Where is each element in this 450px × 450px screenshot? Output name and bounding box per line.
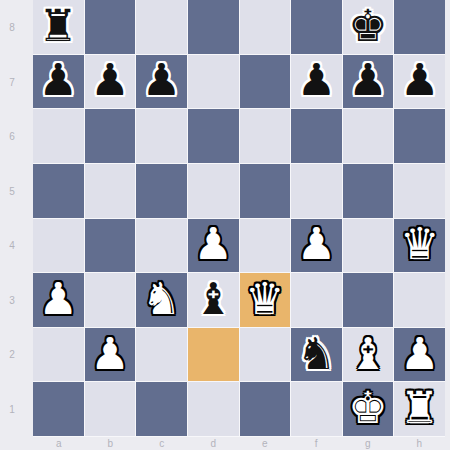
rank-label-5: 5: [0, 185, 24, 196]
square-f3[interactable]: [291, 273, 342, 327]
square-a1[interactable]: [33, 382, 84, 436]
square-f7[interactable]: ♟: [291, 55, 342, 109]
square-a7[interactable]: ♟: [33, 55, 84, 109]
square-f2[interactable]: ♞: [291, 328, 342, 382]
square-d3[interactable]: ♝: [188, 273, 239, 327]
square-h5[interactable]: [394, 164, 445, 218]
square-c4[interactable]: [136, 219, 187, 273]
black-bishop-d3[interactable]: ♝: [193, 277, 232, 321]
rank-label-7: 7: [0, 76, 24, 87]
white-pawn-a3[interactable]: ♟: [39, 277, 78, 321]
square-g4[interactable]: [343, 219, 394, 273]
square-a2[interactable]: [33, 328, 84, 382]
white-queen-h4[interactable]: ♛: [400, 222, 439, 266]
white-pawn-d4[interactable]: ♟: [193, 222, 232, 266]
black-pawn-c7[interactable]: ♟: [142, 58, 181, 102]
square-d4[interactable]: ♟: [188, 219, 239, 273]
black-pawn-f7[interactable]: ♟: [297, 58, 336, 102]
square-e3[interactable]: ♛: [240, 273, 291, 327]
black-rook-a8[interactable]: ♜: [39, 4, 78, 48]
square-d5[interactable]: [188, 164, 239, 218]
square-h8[interactable]: [394, 0, 445, 54]
square-e4[interactable]: [240, 219, 291, 273]
file-label-d: d: [203, 438, 223, 449]
square-b6[interactable]: [85, 109, 136, 163]
square-f1[interactable]: [291, 382, 342, 436]
file-label-f: f: [306, 438, 326, 449]
square-d2[interactable]: [188, 328, 239, 382]
square-e5[interactable]: [240, 164, 291, 218]
square-c8[interactable]: [136, 0, 187, 54]
square-g3[interactable]: [343, 273, 394, 327]
square-e8[interactable]: [240, 0, 291, 54]
square-h1[interactable]: ♜: [394, 382, 445, 436]
square-f6[interactable]: [291, 109, 342, 163]
square-e7[interactable]: [240, 55, 291, 109]
square-g7[interactable]: ♟: [343, 55, 394, 109]
file-label-g: g: [358, 438, 378, 449]
black-pawn-g7[interactable]: ♟: [348, 58, 387, 102]
square-d8[interactable]: [188, 0, 239, 54]
square-c2[interactable]: [136, 328, 187, 382]
square-c6[interactable]: [136, 109, 187, 163]
chess-board-app: ♜♚♟♟♟♟♟♟♟♟♛♟♞♝♛♟♞♝♟♚♜ 87654321 abcdefgh: [0, 0, 450, 450]
square-h2[interactable]: ♟: [394, 328, 445, 382]
square-g6[interactable]: [343, 109, 394, 163]
square-e6[interactable]: [240, 109, 291, 163]
white-pawn-b2[interactable]: ♟: [90, 332, 129, 376]
file-label-e: e: [255, 438, 275, 449]
file-label-a: a: [49, 438, 69, 449]
square-c5[interactable]: [136, 164, 187, 218]
square-b2[interactable]: ♟: [85, 328, 136, 382]
square-a5[interactable]: [33, 164, 84, 218]
black-pawn-b7[interactable]: ♟: [90, 58, 129, 102]
rank-label-2: 2: [0, 349, 24, 360]
square-b1[interactable]: [85, 382, 136, 436]
square-d6[interactable]: [188, 109, 239, 163]
square-c1[interactable]: [136, 382, 187, 436]
white-king-g1[interactable]: ♚: [348, 386, 387, 430]
rank-label-6: 6: [0, 131, 24, 142]
black-knight-f2[interactable]: ♞: [297, 332, 336, 376]
square-h7[interactable]: ♟: [394, 55, 445, 109]
chess-board: ♜♚♟♟♟♟♟♟♟♟♛♟♞♝♛♟♞♝♟♚♜: [33, 0, 445, 437]
square-b5[interactable]: [85, 164, 136, 218]
square-b4[interactable]: [85, 219, 136, 273]
white-bishop-g2[interactable]: ♝: [348, 332, 387, 376]
black-king-g8[interactable]: ♚: [348, 4, 387, 48]
square-h3[interactable]: [394, 273, 445, 327]
square-h4[interactable]: ♛: [394, 219, 445, 273]
black-pawn-h7[interactable]: ♟: [400, 58, 439, 102]
square-h6[interactable]: [394, 109, 445, 163]
square-e2[interactable]: [240, 328, 291, 382]
white-pawn-f4[interactable]: ♟: [297, 222, 336, 266]
square-a8[interactable]: ♜: [33, 0, 84, 54]
square-a3[interactable]: ♟: [33, 273, 84, 327]
square-c7[interactable]: ♟: [136, 55, 187, 109]
rank-label-8: 8: [0, 22, 24, 33]
square-e1[interactable]: [240, 382, 291, 436]
square-g1[interactable]: ♚: [343, 382, 394, 436]
square-a4[interactable]: [33, 219, 84, 273]
square-b3[interactable]: [85, 273, 136, 327]
square-d7[interactable]: [188, 55, 239, 109]
rank-label-3: 3: [0, 294, 24, 305]
white-rook-h1[interactable]: ♜: [400, 386, 439, 430]
white-pawn-h2[interactable]: ♟: [400, 332, 439, 376]
file-label-c: c: [152, 438, 172, 449]
white-knight-c3[interactable]: ♞: [142, 277, 181, 321]
square-a6[interactable]: [33, 109, 84, 163]
square-g8[interactable]: ♚: [343, 0, 394, 54]
square-f5[interactable]: [291, 164, 342, 218]
square-f8[interactable]: [291, 0, 342, 54]
square-b7[interactable]: ♟: [85, 55, 136, 109]
square-d1[interactable]: [188, 382, 239, 436]
black-pawn-a7[interactable]: ♟: [39, 58, 78, 102]
file-label-b: b: [100, 438, 120, 449]
file-label-h: h: [409, 438, 429, 449]
square-g5[interactable]: [343, 164, 394, 218]
square-g2[interactable]: ♝: [343, 328, 394, 382]
rank-label-4: 4: [0, 240, 24, 251]
square-c3[interactable]: ♞: [136, 273, 187, 327]
square-f4[interactable]: ♟: [291, 219, 342, 273]
square-b8[interactable]: [85, 0, 136, 54]
white-queen-e3[interactable]: ♛: [245, 277, 284, 321]
rank-label-1: 1: [0, 403, 24, 414]
